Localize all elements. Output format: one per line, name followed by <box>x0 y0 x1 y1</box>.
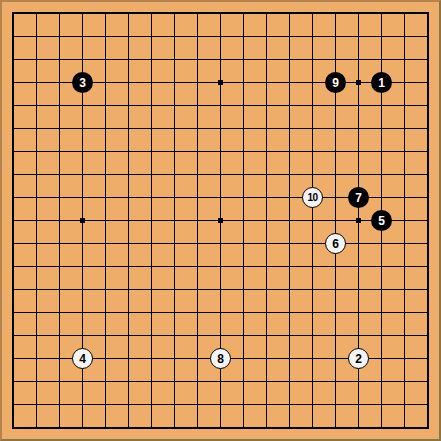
intersection-e11 <box>94 186 117 209</box>
intersection-h18 <box>163 25 186 48</box>
star-point-q10 <box>356 218 361 223</box>
intersection-g13 <box>140 140 163 163</box>
move-number-label: 4 <box>79 353 86 365</box>
intersection-g11 <box>140 186 163 209</box>
intersection-n11 <box>278 186 301 209</box>
intersection-m17 <box>255 48 278 71</box>
intersection-t17 <box>416 48 439 71</box>
intersection-e16 <box>94 71 117 94</box>
intersection-t4 <box>416 347 439 370</box>
intersection-k2 <box>209 393 232 416</box>
intersection-a9 <box>2 232 25 255</box>
intersection-p10 <box>324 209 347 232</box>
intersection-d2 <box>71 393 94 416</box>
intersection-q14 <box>347 117 370 140</box>
intersection-j7 <box>186 278 209 301</box>
intersection-o15 <box>301 94 324 117</box>
stone-move-9-black-p16: 9 <box>325 72 346 93</box>
star-point-q16 <box>356 80 361 85</box>
intersection-k11 <box>209 186 232 209</box>
intersection-h3 <box>163 370 186 393</box>
intersection-n12 <box>278 163 301 186</box>
intersection-a4 <box>2 347 25 370</box>
intersection-f14 <box>117 117 140 140</box>
intersection-g1 <box>140 416 163 439</box>
intersection-p3 <box>324 370 347 393</box>
intersection-g14 <box>140 117 163 140</box>
intersection-t9 <box>416 232 439 255</box>
intersection-f3 <box>117 370 140 393</box>
intersection-c3 <box>48 370 71 393</box>
intersection-c12 <box>48 163 71 186</box>
intersection-f13 <box>117 140 140 163</box>
intersection-l19 <box>232 2 255 25</box>
intersection-b1 <box>25 416 48 439</box>
stone-move-5-black-r10: 5 <box>371 210 392 231</box>
intersection-o4 <box>301 347 324 370</box>
intersection-a11 <box>2 186 25 209</box>
intersection-r14 <box>370 117 393 140</box>
intersection-d19 <box>71 2 94 25</box>
intersection-s5 <box>393 324 416 347</box>
stone-move-4-white-d4: 4 <box>72 348 93 369</box>
intersection-a16 <box>2 71 25 94</box>
move-number-label: 8 <box>217 353 224 365</box>
intersection-l3 <box>232 370 255 393</box>
intersection-g10 <box>140 209 163 232</box>
intersection-r8 <box>370 255 393 278</box>
intersection-h6 <box>163 301 186 324</box>
intersection-c11 <box>48 186 71 209</box>
intersection-a7 <box>2 278 25 301</box>
intersection-n13 <box>278 140 301 163</box>
intersection-s1 <box>393 416 416 439</box>
stone-move-2-white-q4: 2 <box>348 348 369 369</box>
intersection-b10 <box>25 209 48 232</box>
intersection-f16 <box>117 71 140 94</box>
intersection-p14 <box>324 117 347 140</box>
intersection-q18 <box>347 25 370 48</box>
intersection-a2 <box>2 393 25 416</box>
intersection-c1 <box>48 416 71 439</box>
intersection-n14 <box>278 117 301 140</box>
intersection-s15 <box>393 94 416 117</box>
intersection-l15 <box>232 94 255 117</box>
intersection-l7 <box>232 278 255 301</box>
intersection-l5 <box>232 324 255 347</box>
intersection-c16 <box>48 71 71 94</box>
intersection-n16 <box>278 71 301 94</box>
intersection-k9 <box>209 232 232 255</box>
intersection-q12 <box>347 163 370 186</box>
intersection-m9 <box>255 232 278 255</box>
intersection-j18 <box>186 25 209 48</box>
intersection-n4 <box>278 347 301 370</box>
intersection-t6 <box>416 301 439 324</box>
intersection-s18 <box>393 25 416 48</box>
intersection-c14 <box>48 117 71 140</box>
intersection-s19 <box>393 2 416 25</box>
intersection-a1 <box>2 416 25 439</box>
intersection-d11 <box>71 186 94 209</box>
intersection-s10 <box>393 209 416 232</box>
intersection-l12 <box>232 163 255 186</box>
intersection-f10 <box>117 209 140 232</box>
intersection-f4 <box>117 347 140 370</box>
intersection-h14 <box>163 117 186 140</box>
intersection-o18 <box>301 25 324 48</box>
intersection-p12 <box>324 163 347 186</box>
intersection-c15 <box>48 94 71 117</box>
intersection-l18 <box>232 25 255 48</box>
intersection-b7 <box>25 278 48 301</box>
intersection-t16 <box>416 71 439 94</box>
intersection-n15 <box>278 94 301 117</box>
intersection-r19 <box>370 2 393 25</box>
intersection-d7 <box>71 278 94 301</box>
intersection-o6 <box>301 301 324 324</box>
star-point-k10 <box>218 218 223 223</box>
intersection-s14 <box>393 117 416 140</box>
intersection-q15 <box>347 94 370 117</box>
intersection-t15 <box>416 94 439 117</box>
intersection-r15 <box>370 94 393 117</box>
intersection-c19 <box>48 2 71 25</box>
intersection-q7 <box>347 278 370 301</box>
intersection-q5 <box>347 324 370 347</box>
go-board-frame: 12345678910 <box>0 0 441 441</box>
intersection-n8 <box>278 255 301 278</box>
intersection-f9 <box>117 232 140 255</box>
intersection-k13 <box>209 140 232 163</box>
intersection-c17 <box>48 48 71 71</box>
intersection-t10 <box>416 209 439 232</box>
intersection-a12 <box>2 163 25 186</box>
intersection-k8 <box>209 255 232 278</box>
intersection-b6 <box>25 301 48 324</box>
intersection-j15 <box>186 94 209 117</box>
intersection-h17 <box>163 48 186 71</box>
intersection-b5 <box>25 324 48 347</box>
intersection-c18 <box>48 25 71 48</box>
intersection-s6 <box>393 301 416 324</box>
move-number-label: 7 <box>355 192 362 204</box>
intersection-q19 <box>347 2 370 25</box>
intersection-r13 <box>370 140 393 163</box>
intersection-o13 <box>301 140 324 163</box>
intersection-j13 <box>186 140 209 163</box>
intersection-e14 <box>94 117 117 140</box>
intersection-g16 <box>140 71 163 94</box>
intersection-t2 <box>416 393 439 416</box>
move-number-label: 6 <box>332 238 339 250</box>
intersection-b16 <box>25 71 48 94</box>
intersection-g12 <box>140 163 163 186</box>
intersection-h13 <box>163 140 186 163</box>
intersection-k17 <box>209 48 232 71</box>
intersection-q17 <box>347 48 370 71</box>
intersection-e19 <box>94 2 117 25</box>
intersection-f2 <box>117 393 140 416</box>
intersection-n1 <box>278 416 301 439</box>
intersection-h7 <box>163 278 186 301</box>
intersection-q8 <box>347 255 370 278</box>
intersection-c2 <box>48 393 71 416</box>
intersection-o19 <box>301 2 324 25</box>
intersection-c6 <box>48 301 71 324</box>
intersection-h1 <box>163 416 186 439</box>
intersection-m12 <box>255 163 278 186</box>
intersection-n19 <box>278 2 301 25</box>
intersection-a18 <box>2 25 25 48</box>
intersection-t11 <box>416 186 439 209</box>
intersection-o3 <box>301 370 324 393</box>
intersection-s17 <box>393 48 416 71</box>
intersection-e12 <box>94 163 117 186</box>
intersection-m3 <box>255 370 278 393</box>
intersection-e4 <box>94 347 117 370</box>
intersection-g15 <box>140 94 163 117</box>
intersection-l16 <box>232 71 255 94</box>
intersection-g19 <box>140 2 163 25</box>
intersection-b12 <box>25 163 48 186</box>
intersection-r18 <box>370 25 393 48</box>
intersection-g5 <box>140 324 163 347</box>
intersection-d8 <box>71 255 94 278</box>
intersection-p7 <box>324 278 347 301</box>
star-point-d10 <box>80 218 85 223</box>
intersection-h4 <box>163 347 186 370</box>
intersection-m18 <box>255 25 278 48</box>
intersection-c13 <box>48 140 71 163</box>
intersection-r7 <box>370 278 393 301</box>
move-number-label: 10 <box>307 193 317 203</box>
intersection-b18 <box>25 25 48 48</box>
intersection-s11 <box>393 186 416 209</box>
intersection-l9 <box>232 232 255 255</box>
intersection-j4 <box>186 347 209 370</box>
intersection-m10 <box>255 209 278 232</box>
intersection-r6 <box>370 301 393 324</box>
intersection-b17 <box>25 48 48 71</box>
stone-move-6-white-p9: 6 <box>325 233 346 254</box>
intersection-h9 <box>163 232 186 255</box>
intersection-n2 <box>278 393 301 416</box>
intersection-t12 <box>416 163 439 186</box>
intersection-d3 <box>71 370 94 393</box>
stone-move-8-white-k4: 8 <box>210 348 231 369</box>
intersection-s3 <box>393 370 416 393</box>
intersection-c9 <box>48 232 71 255</box>
intersection-r1 <box>370 416 393 439</box>
intersection-r3 <box>370 370 393 393</box>
intersection-q3 <box>347 370 370 393</box>
intersection-p19 <box>324 2 347 25</box>
intersection-d18 <box>71 25 94 48</box>
intersection-m1 <box>255 416 278 439</box>
intersection-b11 <box>25 186 48 209</box>
move-number-label: 5 <box>378 215 385 227</box>
intersection-j8 <box>186 255 209 278</box>
move-number-label: 1 <box>378 77 385 89</box>
intersection-f1 <box>117 416 140 439</box>
intersection-h5 <box>163 324 186 347</box>
intersection-j11 <box>186 186 209 209</box>
intersection-o2 <box>301 393 324 416</box>
intersection-o7 <box>301 278 324 301</box>
intersection-p18 <box>324 25 347 48</box>
intersection-e18 <box>94 25 117 48</box>
move-number-label: 3 <box>79 77 86 89</box>
intersection-n6 <box>278 301 301 324</box>
intersection-t5 <box>416 324 439 347</box>
intersection-s7 <box>393 278 416 301</box>
intersection-a15 <box>2 94 25 117</box>
intersection-k15 <box>209 94 232 117</box>
intersection-e3 <box>94 370 117 393</box>
intersection-p6 <box>324 301 347 324</box>
intersection-m16 <box>255 71 278 94</box>
intersection-h2 <box>163 393 186 416</box>
intersection-l4 <box>232 347 255 370</box>
intersection-j17 <box>186 48 209 71</box>
intersection-s9 <box>393 232 416 255</box>
intersection-p15 <box>324 94 347 117</box>
intersection-h16 <box>163 71 186 94</box>
intersection-f18 <box>117 25 140 48</box>
intersection-b19 <box>25 2 48 25</box>
intersection-b15 <box>25 94 48 117</box>
intersection-p5 <box>324 324 347 347</box>
intersection-j5 <box>186 324 209 347</box>
intersection-q2 <box>347 393 370 416</box>
intersection-h19 <box>163 2 186 25</box>
intersection-e7 <box>94 278 117 301</box>
intersection-m15 <box>255 94 278 117</box>
stone-move-1-black-r16: 1 <box>371 72 392 93</box>
intersection-h11 <box>163 186 186 209</box>
intersection-q6 <box>347 301 370 324</box>
intersection-g4 <box>140 347 163 370</box>
intersection-b4 <box>25 347 48 370</box>
intersection-p4 <box>324 347 347 370</box>
intersection-t14 <box>416 117 439 140</box>
intersection-g9 <box>140 232 163 255</box>
intersection-c10 <box>48 209 71 232</box>
intersection-m13 <box>255 140 278 163</box>
intersection-b13 <box>25 140 48 163</box>
intersection-p17 <box>324 48 347 71</box>
intersection-j16 <box>186 71 209 94</box>
intersection-e1 <box>94 416 117 439</box>
intersection-f7 <box>117 278 140 301</box>
intersection-l14 <box>232 117 255 140</box>
intersection-j1 <box>186 416 209 439</box>
intersection-c7 <box>48 278 71 301</box>
intersection-a8 <box>2 255 25 278</box>
intersection-c8 <box>48 255 71 278</box>
intersection-s4 <box>393 347 416 370</box>
intersection-j12 <box>186 163 209 186</box>
intersection-m4 <box>255 347 278 370</box>
intersection-n10 <box>278 209 301 232</box>
intersection-h12 <box>163 163 186 186</box>
intersection-g8 <box>140 255 163 278</box>
intersection-s13 <box>393 140 416 163</box>
intersection-c5 <box>48 324 71 347</box>
intersection-b14 <box>25 117 48 140</box>
intersection-k19 <box>209 2 232 25</box>
intersection-n3 <box>278 370 301 393</box>
intersection-d5 <box>71 324 94 347</box>
intersection-h10 <box>163 209 186 232</box>
intersection-o14 <box>301 117 324 140</box>
intersection-l6 <box>232 301 255 324</box>
intersection-n18 <box>278 25 301 48</box>
intersection-d12 <box>71 163 94 186</box>
intersection-t1 <box>416 416 439 439</box>
intersection-e6 <box>94 301 117 324</box>
intersection-f15 <box>117 94 140 117</box>
intersection-o16 <box>301 71 324 94</box>
intersection-l8 <box>232 255 255 278</box>
intersection-f5 <box>117 324 140 347</box>
intersection-h8 <box>163 255 186 278</box>
intersection-n7 <box>278 278 301 301</box>
intersection-n9 <box>278 232 301 255</box>
intersection-m11 <box>255 186 278 209</box>
intersection-a5 <box>2 324 25 347</box>
intersection-k5 <box>209 324 232 347</box>
intersection-r11 <box>370 186 393 209</box>
intersection-m2 <box>255 393 278 416</box>
intersection-a14 <box>2 117 25 140</box>
intersection-a17 <box>2 48 25 71</box>
stone-move-3-black-d16: 3 <box>72 72 93 93</box>
intersection-g7 <box>140 278 163 301</box>
intersection-m19 <box>255 2 278 25</box>
intersection-k7 <box>209 278 232 301</box>
intersection-b2 <box>25 393 48 416</box>
intersection-d13 <box>71 140 94 163</box>
intersection-h15 <box>163 94 186 117</box>
intersection-l2 <box>232 393 255 416</box>
intersection-o9 <box>301 232 324 255</box>
intersection-j3 <box>186 370 209 393</box>
intersection-s12 <box>393 163 416 186</box>
intersection-d1 <box>71 416 94 439</box>
intersection-e15 <box>94 94 117 117</box>
intersection-k14 <box>209 117 232 140</box>
intersection-j14 <box>186 117 209 140</box>
intersection-p2 <box>324 393 347 416</box>
stone-move-7-black-q11: 7 <box>348 187 369 208</box>
intersection-o12 <box>301 163 324 186</box>
intersection-d6 <box>71 301 94 324</box>
star-point-k16 <box>218 80 223 85</box>
move-number-label: 2 <box>355 353 362 365</box>
intersection-s2 <box>393 393 416 416</box>
intersection-q1 <box>347 416 370 439</box>
intersection-t8 <box>416 255 439 278</box>
intersection-m7 <box>255 278 278 301</box>
intersection-t18 <box>416 25 439 48</box>
intersection-r9 <box>370 232 393 255</box>
intersection-g6 <box>140 301 163 324</box>
intersection-f8 <box>117 255 140 278</box>
intersection-o10 <box>301 209 324 232</box>
intersection-m5 <box>255 324 278 347</box>
